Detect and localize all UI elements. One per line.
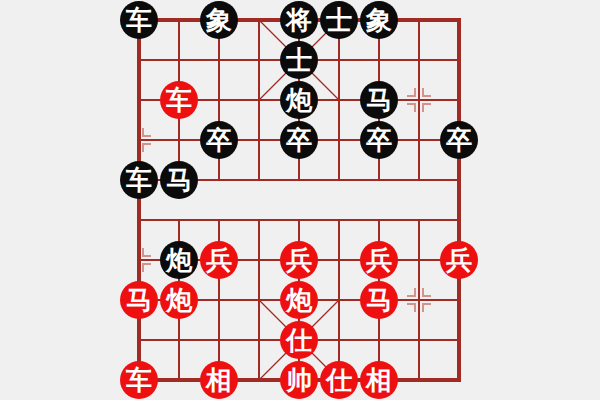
piece-red-general[interactable]: 帅: [280, 361, 318, 399]
piece-black-chariot[interactable]: 车: [120, 161, 158, 199]
piece-black-horse[interactable]: 马: [160, 161, 198, 199]
piece-black-soldier[interactable]: 卒: [360, 121, 398, 159]
piece-black-elephant[interactable]: 象: [360, 1, 398, 39]
piece-black-horse[interactable]: 马: [360, 81, 398, 119]
piece-red-soldier[interactable]: 兵: [280, 241, 318, 279]
piece-red-elephant[interactable]: 相: [200, 361, 238, 399]
piece-red-cannon[interactable]: 炮: [160, 281, 198, 319]
piece-black-soldier[interactable]: 卒: [440, 121, 478, 159]
piece-black-chariot[interactable]: 车: [120, 1, 158, 39]
piece-black-advisor[interactable]: 士: [280, 41, 318, 79]
piece-red-elephant[interactable]: 相: [360, 361, 398, 399]
piece-black-elephant[interactable]: 象: [200, 1, 238, 39]
piece-red-horse[interactable]: 马: [120, 281, 158, 319]
piece-black-cannon[interactable]: 炮: [160, 241, 198, 279]
piece-black-soldier[interactable]: 卒: [280, 121, 318, 159]
piece-red-horse[interactable]: 马: [360, 281, 398, 319]
piece-red-cannon[interactable]: 炮: [280, 281, 318, 319]
piece-red-advisor[interactable]: 仕: [320, 361, 358, 399]
xiangqi-board: 车象将士象士炮马卒卒卒卒车马炮车兵兵兵兵马炮炮马仕车相帅仕相: [0, 0, 600, 400]
piece-red-soldier[interactable]: 兵: [360, 241, 398, 279]
piece-black-advisor[interactable]: 士: [320, 1, 358, 39]
piece-black-general[interactable]: 将: [280, 1, 318, 39]
piece-red-soldier[interactable]: 兵: [200, 241, 238, 279]
piece-black-cannon[interactable]: 炮: [280, 81, 318, 119]
board-pieces-grid[interactable]: 车象将士象士炮马卒卒卒卒车马炮车兵兵兵兵马炮炮马仕车相帅仕相: [119, 0, 479, 400]
piece-red-chariot[interactable]: 车: [160, 81, 198, 119]
piece-black-soldier[interactable]: 卒: [200, 121, 238, 159]
piece-red-soldier[interactable]: 兵: [440, 241, 478, 279]
piece-red-advisor[interactable]: 仕: [280, 321, 318, 359]
piece-red-chariot[interactable]: 车: [120, 361, 158, 399]
